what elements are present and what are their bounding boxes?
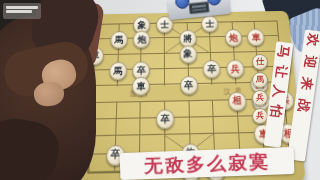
clock-display: [189, 1, 210, 14]
video-frame: 楚河 汉界 象士士馬炮將炮車車象馬卒卒兵馬車卒兵相炮兵卒車相卒炮帥仕 仕馬兵兵 …: [0, 0, 320, 180]
channel-watermark: [3, 3, 41, 19]
piece-red-elephant: 相: [227, 91, 246, 111]
piece-black-soldier: 卒: [156, 109, 175, 129]
banner-char: 怕: [269, 104, 283, 118]
captured-pieces-tray: 仕馬兵兵: [252, 54, 268, 124]
piece-red-soldier: 兵: [226, 59, 245, 78]
piece-black-horse: 馬: [110, 31, 128, 49]
captured-piece-red: 仕: [252, 54, 268, 70]
piece-black-cannon: 炮: [133, 31, 151, 49]
watermark-text-line: [6, 10, 32, 13]
banner-char: 马: [276, 45, 290, 59]
piece-red-chariot: 車: [247, 29, 266, 47]
bottom-banner-text: 无敌多么寂寞: [144, 149, 271, 178]
banner-char: 战: [296, 98, 311, 113]
piece-black-advisor: 士: [201, 15, 219, 33]
banner-char: 人: [272, 84, 286, 98]
piece-black-chariot: 車: [86, 47, 105, 65]
captured-piece-red: 兵: [252, 90, 268, 106]
banner-char: 来: [299, 76, 314, 91]
captured-piece-red: 馬: [252, 72, 268, 88]
banner-char: 迎: [302, 54, 317, 69]
watermark-text-line: [6, 6, 38, 9]
piece-red-cannon: 炮: [224, 29, 242, 47]
banner-char: 欢: [305, 33, 320, 48]
piece-black-elephant: 象: [179, 45, 197, 63]
piece-black-soldier: 卒: [179, 76, 198, 95]
piece-black-soldier: 卒: [202, 60, 221, 79]
banner-char: 让: [274, 64, 288, 78]
piece-black-horse: 馬: [109, 62, 127, 81]
